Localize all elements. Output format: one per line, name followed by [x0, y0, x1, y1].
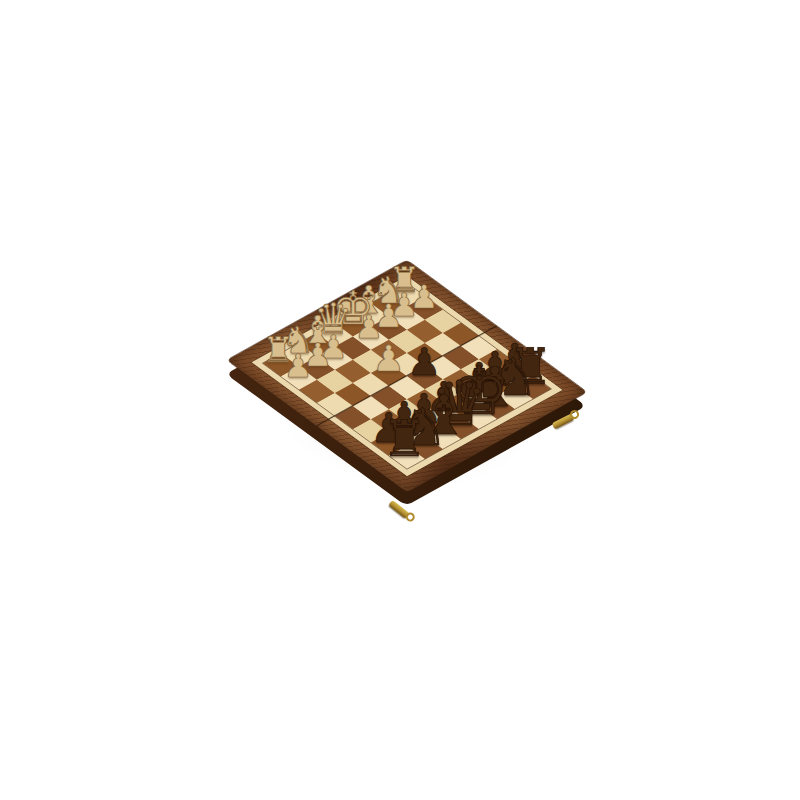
folding-chess-box — [226, 259, 588, 492]
latch-hook-icon — [404, 511, 417, 524]
product-photo: ♜♞♝♛♚♝♞♜♟♟♟♟♟♟♟♟♟♟♟♟♟♟♟♟♜♞♝♛♚♝♞♜ — [0, 0, 800, 800]
latch-hook-icon — [569, 408, 581, 420]
